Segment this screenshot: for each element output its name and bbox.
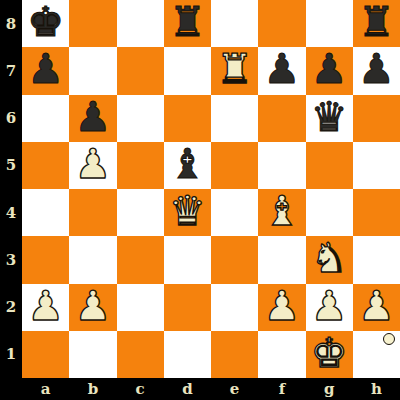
square-c7[interactable]	[117, 47, 164, 94]
square-f3[interactable]	[258, 236, 305, 283]
white-pawn: ♟	[358, 286, 395, 327]
black-pawn: ♟	[263, 49, 300, 90]
square-c2[interactable]	[117, 284, 164, 331]
square-g4[interactable]	[306, 189, 353, 236]
square-a2[interactable]: ♟	[22, 284, 69, 331]
square-g7[interactable]: ♟	[306, 47, 353, 94]
rank-label-1: 1	[0, 331, 22, 378]
square-g8[interactable]	[306, 0, 353, 47]
chess-board: ♚♜♜♟♜♟♟♟♟♛♟♝♛♝♞♟♟♟♟♟♚	[22, 0, 400, 378]
square-g6[interactable]: ♛	[306, 95, 353, 142]
file-label-a: a	[22, 378, 69, 400]
square-f1[interactable]	[258, 331, 305, 378]
square-h8[interactable]: ♜	[353, 0, 400, 47]
square-d7[interactable]	[164, 47, 211, 94]
square-d8[interactable]: ♜	[164, 0, 211, 47]
square-c5[interactable]	[117, 142, 164, 189]
square-a5[interactable]	[22, 142, 69, 189]
square-h3[interactable]	[353, 236, 400, 283]
square-h4[interactable]	[353, 189, 400, 236]
file-label-c: c	[117, 378, 164, 400]
rank-label-7: 7	[0, 47, 22, 94]
side-to-move-indicator	[383, 333, 395, 345]
square-a7[interactable]: ♟	[22, 47, 69, 94]
square-d4[interactable]: ♛	[164, 189, 211, 236]
file-labels: abcdefgh	[22, 378, 400, 400]
square-e8[interactable]	[211, 0, 258, 47]
white-pawn: ♟	[27, 286, 64, 327]
white-pawn: ♟	[74, 144, 111, 185]
square-b3[interactable]	[69, 236, 116, 283]
rank-labels: 87654321	[0, 0, 22, 378]
rank-label-6: 6	[0, 95, 22, 142]
square-e4[interactable]	[211, 189, 258, 236]
square-b1[interactable]	[69, 331, 116, 378]
square-a4[interactable]	[22, 189, 69, 236]
square-g2[interactable]: ♟	[306, 284, 353, 331]
square-g1[interactable]: ♚	[306, 331, 353, 378]
square-e1[interactable]	[211, 331, 258, 378]
file-label-h: h	[353, 378, 400, 400]
square-c6[interactable]	[117, 95, 164, 142]
square-e3[interactable]	[211, 236, 258, 283]
square-h2[interactable]: ♟	[353, 284, 400, 331]
black-pawn: ♟	[27, 49, 64, 90]
square-e2[interactable]	[211, 284, 258, 331]
black-pawn: ♟	[311, 49, 348, 90]
square-h6[interactable]	[353, 95, 400, 142]
square-a6[interactable]	[22, 95, 69, 142]
rank-label-2: 2	[0, 284, 22, 331]
square-f8[interactable]	[258, 0, 305, 47]
square-c1[interactable]	[117, 331, 164, 378]
square-c3[interactable]	[117, 236, 164, 283]
square-h5[interactable]	[353, 142, 400, 189]
white-pawn: ♟	[74, 286, 111, 327]
square-e5[interactable]	[211, 142, 258, 189]
white-bishop: ♝	[263, 191, 300, 232]
white-rook: ♜	[216, 49, 253, 90]
square-d2[interactable]	[164, 284, 211, 331]
black-pawn: ♟	[74, 97, 111, 138]
square-f2[interactable]: ♟	[258, 284, 305, 331]
square-d3[interactable]	[164, 236, 211, 283]
square-f5[interactable]	[258, 142, 305, 189]
rank-label-4: 4	[0, 189, 22, 236]
black-rook: ♜	[169, 2, 206, 43]
square-f7[interactable]: ♟	[258, 47, 305, 94]
square-b6[interactable]: ♟	[69, 95, 116, 142]
file-label-b: b	[69, 378, 116, 400]
white-knight: ♞	[311, 238, 348, 279]
white-king: ♚	[311, 333, 348, 374]
white-pawn: ♟	[263, 286, 300, 327]
white-queen: ♛	[169, 191, 206, 232]
black-pawn: ♟	[358, 49, 395, 90]
square-b2[interactable]: ♟	[69, 284, 116, 331]
square-g3[interactable]: ♞	[306, 236, 353, 283]
square-d1[interactable]	[164, 331, 211, 378]
square-c8[interactable]	[117, 0, 164, 47]
rank-label-5: 5	[0, 142, 22, 189]
square-h7[interactable]: ♟	[353, 47, 400, 94]
file-label-f: f	[258, 378, 305, 400]
white-pawn: ♟	[311, 286, 348, 327]
black-king: ♚	[27, 2, 64, 43]
square-c4[interactable]	[117, 189, 164, 236]
square-h1[interactable]	[353, 331, 400, 378]
square-a8[interactable]: ♚	[22, 0, 69, 47]
square-e6[interactable]	[211, 95, 258, 142]
square-b5[interactable]: ♟	[69, 142, 116, 189]
square-d6[interactable]	[164, 95, 211, 142]
square-b4[interactable]	[69, 189, 116, 236]
square-a3[interactable]	[22, 236, 69, 283]
rank-label-3: 3	[0, 236, 22, 283]
square-b7[interactable]	[69, 47, 116, 94]
chess-board-frame: 87654321 ♚♜♜♟♜♟♟♟♟♛♟♝♛♝♞♟♟♟♟♟♚ abcdefgh	[0, 0, 400, 400]
black-bishop: ♝	[169, 144, 206, 185]
square-f4[interactable]: ♝	[258, 189, 305, 236]
square-d5[interactable]: ♝	[164, 142, 211, 189]
square-b8[interactable]	[69, 0, 116, 47]
file-label-e: e	[211, 378, 258, 400]
file-label-d: d	[164, 378, 211, 400]
black-queen: ♛	[311, 97, 348, 138]
rank-label-8: 8	[0, 0, 22, 47]
file-label-g: g	[306, 378, 353, 400]
square-f6[interactable]	[258, 95, 305, 142]
square-a1[interactable]	[22, 331, 69, 378]
black-rook: ♜	[358, 2, 395, 43]
square-g5[interactable]	[306, 142, 353, 189]
square-e7[interactable]: ♜	[211, 47, 258, 94]
